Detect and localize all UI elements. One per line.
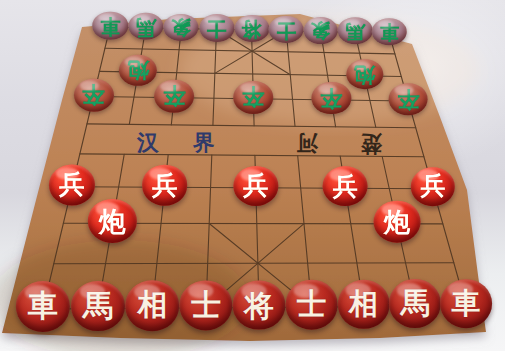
piece-glyph: 将 bbox=[244, 290, 274, 320]
piece-black-chariot[interactable]: 車 bbox=[92, 12, 128, 40]
piece-glyph: 卒 bbox=[242, 86, 264, 108]
piece-glyph: 象 bbox=[171, 17, 191, 37]
piece-black-soldier[interactable]: 卒 bbox=[389, 83, 428, 115]
piece-black-cannon[interactable]: 炮 bbox=[346, 59, 383, 90]
table-photo: 汉界河楚 車馬象士将士象馬車炮炮卒卒卒卒卒兵兵兵兵兵炮炮車馬相士将士相馬車 bbox=[0, 0, 505, 351]
piece-glyph: 兵 bbox=[243, 173, 268, 198]
piece-glyph: 士 bbox=[207, 18, 227, 38]
piece-black-horse[interactable]: 馬 bbox=[338, 17, 373, 44]
piece-glyph: 兵 bbox=[152, 172, 178, 198]
piece-glyph: 炮 bbox=[127, 60, 148, 81]
piece-black-horse[interactable]: 馬 bbox=[128, 13, 163, 41]
piece-black-elephant[interactable]: 象 bbox=[164, 13, 199, 41]
piece-glyph: 炮 bbox=[384, 209, 410, 235]
piece-black-elephant[interactable]: 象 bbox=[303, 17, 338, 44]
piece-black-soldier[interactable]: 卒 bbox=[73, 78, 113, 111]
piece-black-soldier[interactable]: 卒 bbox=[154, 79, 194, 112]
piece-red-chariot[interactable]: 車 bbox=[16, 281, 70, 332]
piece-red-advisor[interactable]: 士 bbox=[179, 280, 232, 330]
piece-glyph: 兵 bbox=[59, 172, 85, 198]
piece-black-cannon[interactable]: 炮 bbox=[119, 55, 157, 86]
piece-red-soldier[interactable]: 兵 bbox=[411, 167, 455, 206]
piece-glyph: 馬 bbox=[136, 17, 156, 37]
piece-red-horse[interactable]: 馬 bbox=[389, 279, 441, 328]
piece-glyph: 将 bbox=[242, 19, 262, 39]
piece-glyph: 炮 bbox=[99, 208, 126, 235]
piece-red-horse[interactable]: 馬 bbox=[71, 281, 125, 332]
piece-glyph: 馬 bbox=[83, 291, 113, 321]
piece-glyph: 卒 bbox=[320, 87, 342, 109]
piece-glyph: 士 bbox=[191, 290, 221, 320]
piece-red-elephant[interactable]: 相 bbox=[337, 280, 390, 329]
piece-glyph: 兵 bbox=[333, 174, 358, 199]
piece-red-general[interactable]: 将 bbox=[233, 280, 286, 330]
piece-red-soldier[interactable]: 兵 bbox=[323, 166, 368, 206]
piece-black-general[interactable]: 将 bbox=[234, 15, 269, 42]
piece-glyph: 車 bbox=[379, 22, 398, 41]
piece-black-chariot[interactable]: 車 bbox=[372, 18, 407, 45]
piece-glyph: 馬 bbox=[401, 289, 430, 318]
piece-glyph: 卒 bbox=[397, 88, 419, 110]
piece-black-soldier[interactable]: 卒 bbox=[312, 82, 351, 115]
piece-glyph: 相 bbox=[137, 291, 167, 321]
piece-red-chariot[interactable]: 車 bbox=[440, 279, 492, 328]
piece-glyph: 相 bbox=[349, 290, 378, 319]
piece-red-cannon[interactable]: 炮 bbox=[88, 199, 136, 243]
piece-red-soldier[interactable]: 兵 bbox=[142, 165, 188, 206]
piece-glyph: 士 bbox=[276, 20, 296, 40]
piece-glyph: 馬 bbox=[345, 21, 364, 40]
piece-red-advisor[interactable]: 士 bbox=[285, 280, 338, 330]
piece-glyph: 象 bbox=[311, 20, 331, 40]
piece-glyph: 士 bbox=[297, 290, 327, 320]
pieces-layer: 車馬象士将士象馬車炮炮卒卒卒卒卒兵兵兵兵兵炮炮車馬相士将士相馬車 bbox=[0, 0, 505, 351]
piece-glyph: 炮 bbox=[354, 64, 375, 85]
piece-glyph: 卒 bbox=[82, 84, 105, 107]
piece-glyph: 兵 bbox=[420, 174, 445, 199]
piece-red-soldier[interactable]: 兵 bbox=[233, 166, 278, 206]
piece-glyph: 車 bbox=[28, 291, 58, 321]
piece-black-soldier[interactable]: 卒 bbox=[234, 81, 274, 114]
piece-black-advisor[interactable]: 士 bbox=[199, 14, 234, 41]
piece-red-cannon[interactable]: 炮 bbox=[374, 200, 421, 242]
piece-glyph: 車 bbox=[100, 16, 120, 36]
piece-red-elephant[interactable]: 相 bbox=[125, 280, 179, 330]
piece-red-soldier[interactable]: 兵 bbox=[49, 164, 95, 205]
piece-glyph: 卒 bbox=[163, 85, 185, 107]
piece-black-advisor[interactable]: 士 bbox=[269, 16, 304, 43]
piece-glyph: 車 bbox=[451, 289, 480, 318]
